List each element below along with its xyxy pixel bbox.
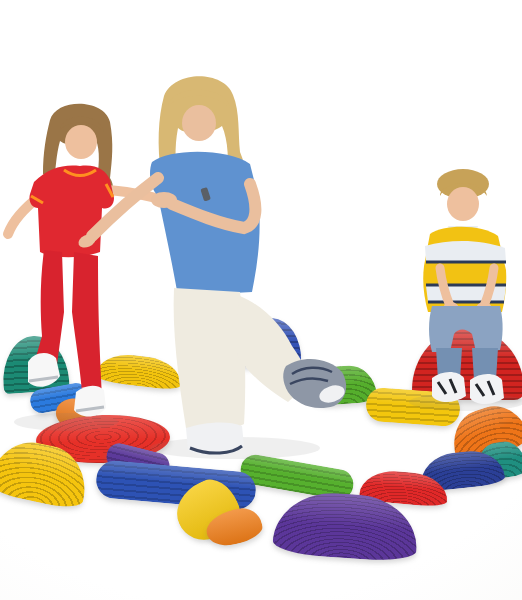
boy-figure [409,169,522,411]
woman-figure [76,76,346,459]
girl-leg-left [34,250,64,372]
boy-face [447,187,479,221]
girl-shirt [29,166,114,258]
boy-shoe-left [432,372,466,402]
boy-jeans [429,306,503,352]
girl-face [65,125,97,159]
girl-shadow [14,413,118,431]
woman-hands-clasped [151,192,177,208]
girl-figure [8,104,156,431]
people-layer [0,0,522,600]
woman-face [182,105,216,141]
woman-leg-standing [174,288,246,433]
boy-shoe-right [470,374,504,404]
stage [0,0,522,600]
girl-leg-right [72,252,102,396]
